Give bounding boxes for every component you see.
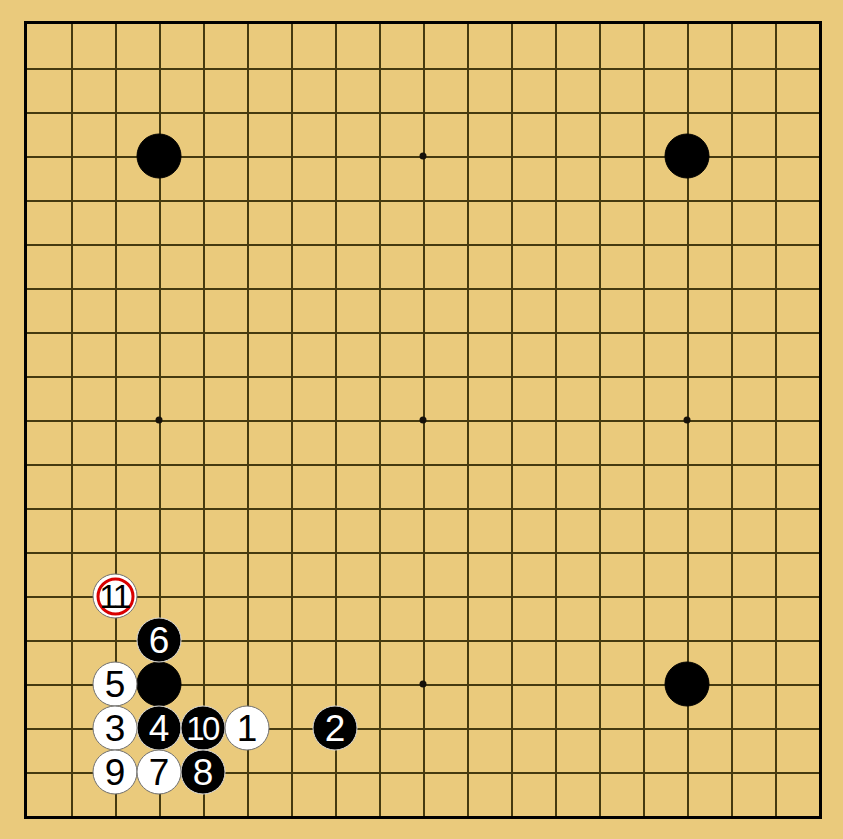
stone-black-D16[interactable] <box>137 134 182 179</box>
move-number-label: 5 <box>105 666 126 703</box>
move-number-label: 10 <box>186 712 218 745</box>
hoshi-dot <box>420 681 427 688</box>
move-number-label: 9 <box>105 754 126 791</box>
hoshi-dot <box>156 417 163 424</box>
move-number-label: 1 <box>237 710 258 747</box>
stone-black-D4[interactable] <box>137 662 182 707</box>
stone-white-move-7[interactable]: 7 <box>137 750 182 795</box>
stone-black-Q4[interactable] <box>665 662 710 707</box>
move-number-label: 2 <box>325 710 346 747</box>
move-number-label: 11 <box>99 580 128 613</box>
stone-black-move-10[interactable]: 10 <box>181 706 226 751</box>
go-diagram: 1165341012978 <box>0 0 843 839</box>
stone-white-move-5[interactable]: 5 <box>93 662 138 707</box>
hoshi-dot <box>420 417 427 424</box>
move-number-label: 7 <box>149 754 170 791</box>
stone-black-Q16[interactable] <box>665 134 710 179</box>
stone-black-move-2[interactable]: 2 <box>313 706 358 751</box>
move-number-label: 3 <box>105 710 126 747</box>
hoshi-dot <box>684 417 691 424</box>
stone-white-move-11[interactable]: 11 <box>93 574 138 619</box>
stone-black-move-6[interactable]: 6 <box>137 618 182 663</box>
stone-black-move-8[interactable]: 8 <box>181 750 226 795</box>
stone-white-move-1[interactable]: 1 <box>225 706 270 751</box>
stone-black-move-4[interactable]: 4 <box>137 706 182 751</box>
hoshi-dot <box>420 153 427 160</box>
stone-white-move-9[interactable]: 9 <box>93 750 138 795</box>
move-number-label: 6 <box>149 622 170 659</box>
stone-white-move-3[interactable]: 3 <box>93 706 138 751</box>
move-number-label: 4 <box>149 710 170 747</box>
board-overlay: 1165341012978 <box>27 24 819 816</box>
move-number-label: 8 <box>193 754 214 791</box>
